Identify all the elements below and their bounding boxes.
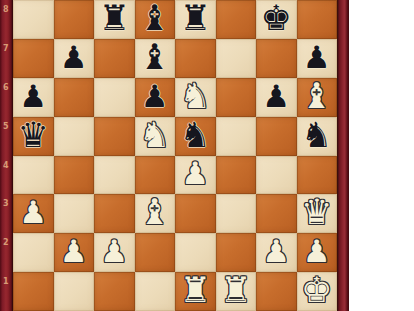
white-knight-d5: ♞ [139, 118, 170, 153]
chess-board: ♜♝♜♚♟♝♟♟♟♞♟♝♛♞♞♞♟♟♝♛♟♟♟♟♜♜♚ [13, 0, 337, 311]
board-left-border: 87654321 [0, 0, 13, 311]
square-h2[interactable]: ♟ [297, 233, 338, 272]
black-pawn-b7: ♟ [60, 42, 88, 73]
square-f1[interactable]: ♜ [216, 272, 257, 311]
square-c1[interactable] [94, 272, 135, 311]
square-e6[interactable]: ♞ [175, 78, 216, 117]
rank-label-7: 7 [0, 39, 13, 78]
rank-label-5: 5 [0, 117, 13, 156]
square-f6[interactable] [216, 78, 257, 117]
white-pawn-a3: ♟ [19, 197, 47, 228]
black-knight-e5: ♞ [180, 118, 211, 153]
square-g2[interactable]: ♟ [256, 233, 297, 272]
square-a6[interactable]: ♟ [13, 78, 54, 117]
square-h1[interactable]: ♚ [297, 272, 338, 311]
square-d2[interactable] [135, 233, 176, 272]
square-h6[interactable]: ♝ [297, 78, 338, 117]
white-pawn-e4: ♟ [181, 158, 209, 189]
square-c5[interactable] [94, 117, 135, 156]
square-g8[interactable]: ♚ [256, 0, 297, 39]
black-king-g8: ♚ [261, 1, 292, 36]
square-d3[interactable]: ♝ [135, 194, 176, 233]
square-b3[interactable] [54, 194, 95, 233]
square-a3[interactable]: ♟ [13, 194, 54, 233]
square-d5[interactable]: ♞ [135, 117, 176, 156]
square-h4[interactable] [297, 156, 338, 195]
square-b2[interactable]: ♟ [54, 233, 95, 272]
square-e2[interactable] [175, 233, 216, 272]
black-rook-c8: ♜ [99, 1, 130, 36]
white-pawn-c2: ♟ [100, 236, 128, 267]
rank-label-3: 3 [0, 194, 13, 233]
black-rook-e8: ♜ [180, 1, 211, 36]
square-e7[interactable] [175, 39, 216, 78]
square-a7[interactable] [13, 39, 54, 78]
square-b1[interactable] [54, 272, 95, 311]
white-bishop-d3: ♝ [139, 195, 170, 230]
black-pawn-g6: ♟ [262, 81, 290, 112]
square-h5[interactable]: ♞ [297, 117, 338, 156]
black-pawn-d6: ♟ [141, 81, 169, 112]
page: 87654321 ♜♝♜♚♟♝♟♟♟♞♟♝♛♞♞♞♟♟♝♛♟♟♟♟♜♜♚ [0, 0, 414, 311]
square-f5[interactable] [216, 117, 257, 156]
white-queen-h3: ♛ [301, 195, 332, 230]
black-pawn-h7: ♟ [303, 42, 331, 73]
black-queen-a5: ♛ [18, 118, 49, 153]
rank-label-2: 2 [0, 233, 13, 272]
rank-label-1: 1 [0, 272, 13, 311]
square-e5[interactable]: ♞ [175, 117, 216, 156]
square-b5[interactable] [54, 117, 95, 156]
rank-label-4: 4 [0, 156, 13, 195]
black-bishop-d8: ♝ [139, 1, 170, 36]
square-h8[interactable] [297, 0, 338, 39]
square-f7[interactable] [216, 39, 257, 78]
square-c2[interactable]: ♟ [94, 233, 135, 272]
square-d6[interactable]: ♟ [135, 78, 176, 117]
square-c8[interactable]: ♜ [94, 0, 135, 39]
square-f3[interactable] [216, 194, 257, 233]
square-c3[interactable] [94, 194, 135, 233]
square-d4[interactable] [135, 156, 176, 195]
square-a5[interactable]: ♛ [13, 117, 54, 156]
square-a4[interactable] [13, 156, 54, 195]
square-f4[interactable] [216, 156, 257, 195]
square-a2[interactable] [13, 233, 54, 272]
square-d1[interactable] [135, 272, 176, 311]
square-b6[interactable] [54, 78, 95, 117]
square-f8[interactable] [216, 0, 257, 39]
square-f2[interactable] [216, 233, 257, 272]
square-g1[interactable] [256, 272, 297, 311]
white-pawn-h2: ♟ [303, 236, 331, 267]
square-g4[interactable] [256, 156, 297, 195]
square-c7[interactable] [94, 39, 135, 78]
square-d8[interactable]: ♝ [135, 0, 176, 39]
square-c4[interactable] [94, 156, 135, 195]
white-bishop-h6: ♝ [301, 79, 332, 114]
square-g3[interactable] [256, 194, 297, 233]
square-g5[interactable] [256, 117, 297, 156]
square-e3[interactable] [175, 194, 216, 233]
page-margin [349, 0, 414, 311]
square-a8[interactable] [13, 0, 54, 39]
square-g7[interactable] [256, 39, 297, 78]
white-king-h1: ♚ [301, 273, 332, 308]
rank-label-6: 6 [0, 78, 13, 117]
square-b8[interactable] [54, 0, 95, 39]
white-rook-f1: ♜ [220, 273, 251, 308]
black-bishop-d7: ♝ [139, 40, 170, 75]
white-knight-e6: ♞ [180, 79, 211, 114]
square-e1[interactable]: ♜ [175, 272, 216, 311]
black-knight-h5: ♞ [301, 118, 332, 153]
rank-label-8: 8 [0, 0, 13, 39]
square-b4[interactable] [54, 156, 95, 195]
square-a1[interactable] [13, 272, 54, 311]
square-h7[interactable]: ♟ [297, 39, 338, 78]
board-right-border [337, 0, 349, 311]
square-e8[interactable]: ♜ [175, 0, 216, 39]
white-rook-e1: ♜ [180, 273, 211, 308]
white-pawn-b2: ♟ [60, 236, 88, 267]
square-h3[interactable]: ♛ [297, 194, 338, 233]
square-g6[interactable]: ♟ [256, 78, 297, 117]
black-pawn-a6: ♟ [19, 81, 47, 112]
square-c6[interactable] [94, 78, 135, 117]
square-d7[interactable]: ♝ [135, 39, 176, 78]
square-e4[interactable]: ♟ [175, 156, 216, 195]
white-pawn-g2: ♟ [262, 236, 290, 267]
square-b7[interactable]: ♟ [54, 39, 95, 78]
